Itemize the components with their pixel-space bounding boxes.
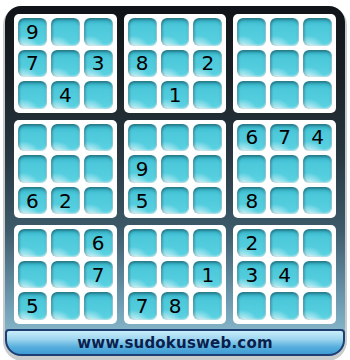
cell-r4c5[interactable] [161,124,190,152]
cell-r7c2[interactable] [51,229,80,257]
cell-r6c1[interactable]: 6 [18,187,47,215]
cell-r9c6[interactable] [193,292,222,320]
cell-r3c5[interactable]: 1 [161,81,190,109]
cell-r8c9[interactable] [303,261,332,289]
cell-r1c7[interactable] [237,18,266,46]
cell-r5c8[interactable] [270,155,299,183]
cell-r2c2[interactable] [51,50,80,78]
cell-r9c8[interactable] [270,292,299,320]
cell-r5c6[interactable] [193,155,222,183]
sudoku-board: 973482162956748675178234 www.sudokusweb.… [5,6,345,356]
cell-r5c5[interactable] [161,155,190,183]
cell-r2c3[interactable]: 3 [84,50,113,78]
box-1-2: 821 [124,14,227,113]
cell-r6c6[interactable] [193,187,222,215]
cell-r1c6[interactable] [193,18,222,46]
cell-r3c4[interactable] [128,81,157,109]
cell-r8c5[interactable] [161,261,190,289]
cell-r8c8[interactable]: 4 [270,261,299,289]
cell-r4c8[interactable]: 7 [270,124,299,152]
cell-r7c1[interactable] [18,229,47,257]
cell-r8c1[interactable] [18,261,47,289]
box-1-3 [233,14,336,113]
cell-r5c7[interactable] [237,155,266,183]
cell-r3c9[interactable] [303,81,332,109]
cell-r7c7[interactable]: 2 [237,229,266,257]
box-2-3: 6748 [233,120,336,219]
cell-r7c8[interactable] [270,229,299,257]
cell-r3c7[interactable] [237,81,266,109]
cell-r9c7[interactable] [237,292,266,320]
cell-r9c3[interactable] [84,292,113,320]
cell-r4c4[interactable] [128,124,157,152]
cell-r3c6[interactable] [193,81,222,109]
cell-r5c9[interactable] [303,155,332,183]
cell-r2c1[interactable]: 7 [18,50,47,78]
box-2-1: 62 [14,120,117,219]
cell-r8c3[interactable]: 7 [84,261,113,289]
cell-r6c5[interactable] [161,187,190,215]
box-1-1: 9734 [14,14,117,113]
cell-r8c7[interactable]: 3 [237,261,266,289]
cell-r6c2[interactable]: 2 [51,187,80,215]
cell-r4c7[interactable]: 6 [237,124,266,152]
box-3-3: 234 [233,225,336,324]
cell-r4c1[interactable] [18,124,47,152]
cell-r3c8[interactable] [270,81,299,109]
cell-r7c4[interactable] [128,229,157,257]
cell-r6c8[interactable] [270,187,299,215]
cell-r6c4[interactable]: 5 [128,187,157,215]
cell-r9c4[interactable]: 7 [128,292,157,320]
cell-r2c7[interactable] [237,50,266,78]
cell-r1c4[interactable] [128,18,157,46]
cell-r8c4[interactable] [128,261,157,289]
cell-r8c2[interactable] [51,261,80,289]
cell-r3c3[interactable] [84,81,113,109]
cell-r5c2[interactable] [51,155,80,183]
cell-r1c8[interactable] [270,18,299,46]
cell-r2c9[interactable] [303,50,332,78]
cell-r4c2[interactable] [51,124,80,152]
cell-r6c7[interactable]: 8 [237,187,266,215]
cell-r1c1[interactable]: 9 [18,18,47,46]
cell-r1c2[interactable] [51,18,80,46]
cell-r9c2[interactable] [51,292,80,320]
box-3-2: 178 [124,225,227,324]
cell-r6c9[interactable] [303,187,332,215]
cell-r1c5[interactable] [161,18,190,46]
cell-r4c3[interactable] [84,124,113,152]
footer-bar: www.sudokusweb.com [5,329,345,356]
cell-r2c4[interactable]: 8 [128,50,157,78]
cell-r8c6[interactable]: 1 [193,261,222,289]
box-2-2: 95 [124,120,227,219]
cell-r9c5[interactable]: 8 [161,292,190,320]
cell-r9c1[interactable]: 5 [18,292,47,320]
cell-r7c6[interactable] [193,229,222,257]
cell-r3c1[interactable] [18,81,47,109]
cell-r4c9[interactable]: 4 [303,124,332,152]
cell-r5c3[interactable] [84,155,113,183]
cell-r2c8[interactable] [270,50,299,78]
cell-r6c3[interactable] [84,187,113,215]
cell-r2c6[interactable]: 2 [193,50,222,78]
cell-r5c1[interactable] [18,155,47,183]
cell-r7c5[interactable] [161,229,190,257]
box-3-1: 675 [14,225,117,324]
cell-r1c9[interactable] [303,18,332,46]
cell-r1c3[interactable] [84,18,113,46]
cell-r9c9[interactable] [303,292,332,320]
cell-r5c4[interactable]: 9 [128,155,157,183]
cell-r7c9[interactable] [303,229,332,257]
cell-r4c6[interactable] [193,124,222,152]
cell-r2c5[interactable] [161,50,190,78]
cell-r7c3[interactable]: 6 [84,229,113,257]
sudoku-grid: 973482162956748675178234 [14,14,336,324]
website-link[interactable]: www.sudokusweb.com [77,334,272,352]
cell-r3c2[interactable]: 4 [51,81,80,109]
